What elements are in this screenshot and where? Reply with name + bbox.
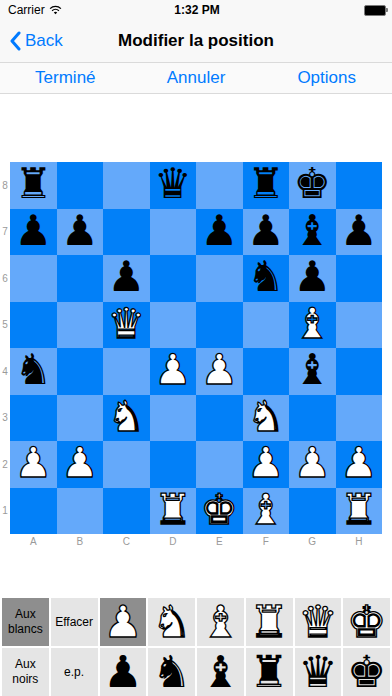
black-pawn-icon: ♟: [61, 210, 99, 252]
square-e8[interactable]: [196, 162, 243, 209]
black-knight-icon: ♞: [14, 349, 52, 391]
square-d4[interactable]: ♟: [150, 348, 197, 395]
square-a5[interactable]: [10, 302, 57, 349]
square-c1[interactable]: [103, 488, 150, 535]
white-king-button[interactable]: ♚: [343, 598, 390, 646]
side-white-button[interactable]: Aux blancs: [2, 598, 49, 646]
black-pawn-icon: ♟: [107, 256, 145, 298]
square-d3[interactable]: [150, 395, 197, 442]
square-h5[interactable]: [336, 302, 383, 349]
white-queen-icon: ♛: [298, 600, 337, 644]
black-king-button[interactable]: ♚: [343, 648, 390, 696]
black-bishop-icon: ♝: [293, 349, 331, 391]
white-bishop-button[interactable]: ♝: [197, 598, 244, 646]
clock: 1:32 PM: [138, 3, 256, 17]
square-e2[interactable]: [196, 441, 243, 488]
square-d7[interactable]: [150, 209, 197, 256]
rank-label-1: 1: [0, 488, 10, 535]
rank-label-8: 8: [0, 162, 10, 209]
rank-label-7: 7: [0, 209, 10, 256]
square-a1[interactable]: [10, 488, 57, 535]
erase-button-label: Effacer: [52, 615, 96, 630]
file-label-d: D: [150, 534, 197, 550]
black-pawn-icon: ♟: [293, 256, 331, 298]
white-pawn-icon: ♟: [154, 349, 192, 391]
en-passant-button-label: e.p.: [61, 665, 87, 680]
black-pawn-button[interactable]: ♟: [100, 648, 147, 696]
square-a7[interactable]: ♟: [10, 209, 57, 256]
square-b4[interactable]: [57, 348, 104, 395]
rank-label-5: 5: [0, 302, 10, 349]
square-e5[interactable]: [196, 302, 243, 349]
square-b5[interactable]: [57, 302, 104, 349]
file-labels: ABCDEFGH: [10, 534, 392, 550]
square-f4[interactable]: [243, 348, 290, 395]
square-d5[interactable]: [150, 302, 197, 349]
square-a8[interactable]: ♜: [10, 162, 57, 209]
done-button[interactable]: Terminé: [0, 68, 131, 88]
wifi-icon: [49, 5, 62, 15]
navigation-bar: Modifier la position Back: [0, 20, 392, 63]
square-d6[interactable]: [150, 255, 197, 302]
white-bishop-icon: ♝: [247, 489, 285, 531]
rank-labels: 87654321: [0, 162, 10, 534]
edit-toolbar: Terminé Annuler Options: [0, 63, 392, 94]
white-pawn-icon: ♟: [103, 600, 142, 644]
file-label-h: H: [336, 534, 383, 550]
square-g6[interactable]: ♟: [289, 255, 336, 302]
white-pawn-icon: ♟: [61, 442, 99, 484]
black-king-icon: ♚: [347, 650, 386, 694]
file-label-b: B: [57, 534, 104, 550]
black-bishop-button[interactable]: ♝: [197, 648, 244, 696]
options-button[interactable]: Options: [261, 68, 392, 88]
rank-label-2: 2: [0, 441, 10, 488]
square-g4[interactable]: ♝: [289, 348, 336, 395]
square-e7[interactable]: ♟: [196, 209, 243, 256]
square-a4[interactable]: ♞: [10, 348, 57, 395]
square-c2[interactable]: [103, 441, 150, 488]
square-d8[interactable]: ♛: [150, 162, 197, 209]
black-pawn-icon: ♟: [340, 210, 378, 252]
white-rook-icon: ♜: [154, 489, 192, 531]
black-pawn-icon: ♟: [247, 210, 285, 252]
side-black-button-label: Aux noirs: [2, 657, 49, 687]
square-g3[interactable]: [289, 395, 336, 442]
black-rook-icon: ♜: [14, 163, 52, 205]
battery-icon: [364, 5, 386, 16]
white-pawn-icon: ♟: [200, 349, 238, 391]
square-a2[interactable]: ♟: [10, 441, 57, 488]
square-a3[interactable]: [10, 395, 57, 442]
back-button[interactable]: Back: [9, 31, 63, 51]
square-e4[interactable]: ♟: [196, 348, 243, 395]
file-label-g: G: [289, 534, 336, 550]
erase-button[interactable]: Effacer: [51, 598, 98, 646]
square-g7[interactable]: ♝: [289, 209, 336, 256]
white-rook-icon: ♜: [340, 489, 378, 531]
square-b3[interactable]: [57, 395, 104, 442]
square-b6[interactable]: [57, 255, 104, 302]
file-label-c: C: [103, 534, 150, 550]
square-b8[interactable]: [57, 162, 104, 209]
square-g5[interactable]: ♝: [289, 302, 336, 349]
board-area: 87654321 ♜♛♜♚♟♟♟♟♝♟♟♞♟♛♝♞♟♟♝♞♞♟♟♟♟♟♜♚♝♜: [0, 162, 392, 534]
square-c8[interactable]: [103, 162, 150, 209]
square-f1[interactable]: ♝: [243, 488, 290, 535]
rank-label-6: 6: [0, 255, 10, 302]
black-queen-icon: ♛: [298, 650, 337, 694]
piece-palette: Aux blancsEffacer♟♞♝♜♛♚Aux noirse.p.♟♞♝♜…: [0, 598, 392, 696]
square-h8[interactable]: [336, 162, 383, 209]
black-queen-icon: ♛: [154, 163, 192, 205]
square-f8[interactable]: ♜: [243, 162, 290, 209]
black-rook-icon: ♜: [249, 650, 288, 694]
black-pawn-icon: ♟: [103, 650, 142, 694]
en-passant-button[interactable]: e.p.: [51, 648, 98, 696]
square-c3[interactable]: ♞: [103, 395, 150, 442]
black-pawn-icon: ♟: [14, 210, 52, 252]
square-b2[interactable]: ♟: [57, 441, 104, 488]
white-rook-icon: ♜: [249, 600, 288, 644]
file-label-a: A: [10, 534, 57, 550]
file-label-f: F: [243, 534, 290, 550]
black-bishop-icon: ♝: [201, 650, 240, 694]
side-white-button-label: Aux blancs: [2, 607, 49, 637]
square-f7[interactable]: ♟: [243, 209, 290, 256]
square-h6[interactable]: [336, 255, 383, 302]
carrier-label: Carrier: [8, 3, 45, 17]
square-h2[interactable]: ♟: [336, 441, 383, 488]
square-b1[interactable]: [57, 488, 104, 535]
white-knight-button[interactable]: ♞: [148, 598, 195, 646]
chevron-left-icon: [9, 31, 21, 51]
square-e6[interactable]: [196, 255, 243, 302]
square-h3[interactable]: [336, 395, 383, 442]
square-d2[interactable]: [150, 441, 197, 488]
square-f5[interactable]: [243, 302, 290, 349]
black-knight-icon: ♞: [247, 256, 285, 298]
white-pawn-button[interactable]: ♟: [100, 598, 147, 646]
rank-label-4: 4: [0, 348, 10, 395]
black-queen-button[interactable]: ♛: [295, 648, 342, 696]
white-rook-button[interactable]: ♜: [246, 598, 293, 646]
white-king-icon: ♚: [347, 600, 386, 644]
white-queen-button[interactable]: ♛: [295, 598, 342, 646]
white-pawn-icon: ♟: [247, 442, 285, 484]
status-bar: Carrier 1:32 PM: [0, 0, 392, 20]
black-bishop-icon: ♝: [293, 210, 331, 252]
square-c6[interactable]: ♟: [103, 255, 150, 302]
square-g1[interactable]: [289, 488, 336, 535]
white-pawn-icon: ♟: [340, 442, 378, 484]
side-black-button[interactable]: Aux noirs: [2, 648, 49, 696]
white-pawn-icon: ♟: [14, 442, 52, 484]
black-rook-icon: ♜: [247, 163, 285, 205]
square-a6[interactable]: [10, 255, 57, 302]
white-knight-icon: ♞: [107, 396, 145, 438]
square-h7[interactable]: ♟: [336, 209, 383, 256]
white-knight-icon: ♞: [247, 396, 285, 438]
square-e3[interactable]: [196, 395, 243, 442]
square-g2[interactable]: ♟: [289, 441, 336, 488]
file-label-e: E: [196, 534, 243, 550]
white-bishop-icon: ♝: [293, 303, 331, 345]
white-pawn-icon: ♟: [293, 442, 331, 484]
rank-label-3: 3: [0, 395, 10, 442]
square-e1[interactable]: ♚: [196, 488, 243, 535]
black-rook-button[interactable]: ♜: [246, 648, 293, 696]
square-b7[interactable]: ♟: [57, 209, 104, 256]
black-knight-icon: ♞: [152, 650, 191, 694]
square-f6[interactable]: ♞: [243, 255, 290, 302]
undo-button[interactable]: Annuler: [131, 68, 262, 88]
white-knight-icon: ♞: [152, 600, 191, 644]
chess-board: ♜♛♜♚♟♟♟♟♝♟♟♞♟♛♝♞♟♟♝♞♞♟♟♟♟♟♜♚♝♜: [10, 162, 382, 534]
square-g8[interactable]: ♚: [289, 162, 336, 209]
square-h1[interactable]: ♜: [336, 488, 383, 535]
square-f3[interactable]: ♞: [243, 395, 290, 442]
black-pawn-icon: ♟: [200, 210, 238, 252]
white-bishop-icon: ♝: [201, 600, 240, 644]
square-c5[interactable]: ♛: [103, 302, 150, 349]
black-king-icon: ♚: [293, 163, 331, 205]
back-label: Back: [25, 31, 63, 51]
square-c7[interactable]: [103, 209, 150, 256]
white-queen-icon: ♛: [107, 303, 145, 345]
square-f2[interactable]: ♟: [243, 441, 290, 488]
square-h4[interactable]: [336, 348, 383, 395]
black-knight-button[interactable]: ♞: [148, 648, 195, 696]
square-c4[interactable]: [103, 348, 150, 395]
white-king-icon: ♚: [200, 489, 238, 531]
square-d1[interactable]: ♜: [150, 488, 197, 535]
